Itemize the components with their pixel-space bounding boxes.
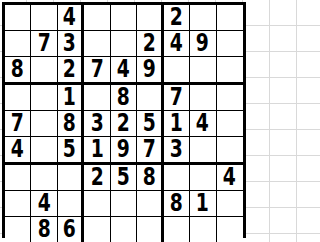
given-digit: 9 xyxy=(117,137,130,162)
sudoku-cell-r8c4[interactable] xyxy=(84,191,110,217)
sudoku-cell-r1c1[interactable] xyxy=(5,5,31,31)
given-digit: 9 xyxy=(142,57,155,82)
sudoku-cell-r4c1[interactable] xyxy=(5,85,31,111)
sudoku-cell-r4c6[interactable] xyxy=(137,85,163,111)
sudoku-cell-r2c3[interactable]: 3 xyxy=(58,31,84,57)
sudoku-cell-r6c7[interactable]: 3 xyxy=(164,137,190,165)
given-digit: 4 xyxy=(63,5,76,30)
sudoku-cell-r2c1[interactable] xyxy=(5,31,31,57)
sudoku-cell-r2c6[interactable]: 2 xyxy=(137,31,163,57)
sudoku-cell-r6c4[interactable]: 1 xyxy=(84,137,110,165)
sudoku-cell-r4c4[interactable] xyxy=(84,85,110,111)
sudoku-cell-r7c5[interactable]: 5 xyxy=(111,165,137,191)
sudoku-cell-r6c9[interactable] xyxy=(217,137,243,165)
sudoku-cell-r8c9[interactable] xyxy=(217,191,243,217)
sudoku-cell-r6c6[interactable]: 7 xyxy=(137,137,163,165)
sudoku-cell-r4c2[interactable] xyxy=(31,85,57,111)
sudoku-cell-r9c8[interactable] xyxy=(190,217,216,242)
sudoku-cell-r8c2[interactable]: 4 xyxy=(31,191,57,217)
given-digit: 8 xyxy=(117,85,130,110)
sudoku-cell-r9c1[interactable] xyxy=(5,217,31,242)
sudoku-cell-r9c9[interactable] xyxy=(217,217,243,242)
sudoku-cell-r1c4[interactable] xyxy=(84,5,110,31)
sudoku-cell-r9c4[interactable] xyxy=(84,217,110,242)
sudoku-cell-r4c9[interactable] xyxy=(217,85,243,111)
given-digit: 4 xyxy=(223,165,236,190)
sudoku-cell-r1c7[interactable]: 2 xyxy=(164,5,190,31)
sudoku-cell-r2c7[interactable]: 4 xyxy=(164,31,190,57)
given-digit: 6 xyxy=(63,217,76,242)
sudoku-cell-r7c3[interactable] xyxy=(58,165,84,191)
sudoku-cell-r8c7[interactable]: 8 xyxy=(164,191,190,217)
sudoku-cell-r2c5[interactable] xyxy=(111,31,137,57)
sudoku-cell-r6c2[interactable] xyxy=(31,137,57,165)
sudoku-cell-r9c7[interactable] xyxy=(164,217,190,242)
sudoku-cell-r1c6[interactable] xyxy=(137,5,163,31)
given-digit: 8 xyxy=(11,57,24,82)
given-digit: 8 xyxy=(170,191,183,216)
sudoku-cell-r5c6[interactable]: 5 xyxy=(137,111,163,137)
sudoku-cell-r1c2[interactable] xyxy=(31,5,57,31)
sudoku-cell-r3c8[interactable] xyxy=(190,57,216,85)
given-digit: 7 xyxy=(11,111,24,136)
sudoku-cell-r3c7[interactable] xyxy=(164,57,190,85)
sudoku-cell-r6c8[interactable] xyxy=(190,137,216,165)
given-digit: 8 xyxy=(63,111,76,136)
given-digit: 7 xyxy=(38,31,51,56)
given-digit: 4 xyxy=(196,111,209,136)
sudoku-cell-r7c7[interactable] xyxy=(164,165,190,191)
given-digit: 2 xyxy=(91,165,104,190)
given-digit: 3 xyxy=(63,31,76,56)
given-digit: 4 xyxy=(117,57,130,82)
sudoku-cell-r5c8[interactable]: 4 xyxy=(190,111,216,137)
given-digit: 1 xyxy=(63,85,76,110)
given-digit: 9 xyxy=(196,31,209,56)
given-digit: 7 xyxy=(91,57,104,82)
sudoku-cell-r8c1[interactable] xyxy=(5,191,31,217)
sudoku-cell-r4c7[interactable]: 7 xyxy=(164,85,190,111)
given-digit: 4 xyxy=(11,137,24,162)
given-digit: 2 xyxy=(117,111,130,136)
sudoku-cell-r4c3[interactable]: 1 xyxy=(58,85,84,111)
sudoku-cell-r5c2[interactable] xyxy=(31,111,57,137)
sudoku-cell-r8c3[interactable] xyxy=(58,191,84,217)
sudoku-cell-r5c3[interactable]: 8 xyxy=(58,111,84,137)
sudoku-cell-r2c2[interactable]: 7 xyxy=(31,31,57,57)
sudoku-cell-r3c5[interactable]: 4 xyxy=(111,57,137,85)
sudoku-cell-r4c5[interactable]: 8 xyxy=(111,85,137,111)
given-digit: 1 xyxy=(91,137,104,162)
sudoku-cell-r3c6[interactable]: 9 xyxy=(137,57,163,85)
given-digit: 2 xyxy=(170,5,183,30)
given-digit: 3 xyxy=(170,137,183,162)
sudoku-board: 4273249827491877832514451973258448186 xyxy=(2,2,246,238)
sudoku-cell-r3c9[interactable] xyxy=(217,57,243,85)
given-digit: 2 xyxy=(63,57,76,82)
sudoku-cell-r5c9[interactable] xyxy=(217,111,243,137)
sudoku-cell-r5c4[interactable]: 3 xyxy=(84,111,110,137)
sudoku-cell-r7c4[interactable]: 2 xyxy=(84,165,110,191)
sudoku-cell-r1c3[interactable]: 4 xyxy=(58,5,84,31)
sudoku-cell-r2c9[interactable] xyxy=(217,31,243,57)
sudoku-cell-r9c3[interactable]: 6 xyxy=(58,217,84,242)
sudoku-cell-r6c5[interactable]: 9 xyxy=(111,137,137,165)
sudoku-cell-r3c3[interactable]: 2 xyxy=(58,57,84,85)
given-digit: 8 xyxy=(142,165,155,190)
sudoku-cell-r3c4[interactable]: 7 xyxy=(84,57,110,85)
sudoku-cell-r5c5[interactable]: 2 xyxy=(111,111,137,137)
given-digit: 7 xyxy=(142,137,155,162)
sudoku-cell-r7c2[interactable] xyxy=(31,165,57,191)
sudoku-cell-r7c9[interactable]: 4 xyxy=(217,165,243,191)
sudoku-cell-r5c1[interactable]: 7 xyxy=(5,111,31,137)
sudoku-cell-r6c3[interactable]: 5 xyxy=(58,137,84,165)
sudoku-cell-r6c1[interactable]: 4 xyxy=(5,137,31,165)
sudoku-cell-r3c2[interactable] xyxy=(31,57,57,85)
given-digit: 5 xyxy=(142,111,155,136)
sudoku-cell-r2c4[interactable] xyxy=(84,31,110,57)
sudoku-cell-r8c8[interactable]: 1 xyxy=(190,191,216,217)
given-digit: 1 xyxy=(170,111,183,136)
given-digit: 5 xyxy=(63,137,76,162)
sudoku-cell-r4c8[interactable] xyxy=(190,85,216,111)
sudoku-cell-r9c5[interactable] xyxy=(111,217,137,242)
given-digit: 5 xyxy=(117,165,130,190)
sudoku-cell-r7c6[interactable]: 8 xyxy=(137,165,163,191)
given-digit: 8 xyxy=(38,217,51,242)
sudoku-cell-r2c8[interactable]: 9 xyxy=(190,31,216,57)
sudoku-cell-r9c6[interactable] xyxy=(137,217,163,242)
sudoku-cell-r3c1[interactable]: 8 xyxy=(5,57,31,85)
given-digit: 2 xyxy=(142,31,155,56)
given-digit: 1 xyxy=(196,191,209,216)
sudoku-cell-r1c8[interactable] xyxy=(190,5,216,31)
sudoku-cell-r8c5[interactable] xyxy=(111,191,137,217)
given-digit: 3 xyxy=(91,111,104,136)
sudoku-cell-r8c6[interactable] xyxy=(137,191,163,217)
given-digit: 4 xyxy=(38,191,51,216)
given-digit: 7 xyxy=(170,85,183,110)
sudoku-cell-r7c1[interactable] xyxy=(5,165,31,191)
sudoku-cell-r1c5[interactable] xyxy=(111,5,137,31)
sudoku-cell-r5c7[interactable]: 1 xyxy=(164,111,190,137)
given-digit: 4 xyxy=(170,31,183,56)
sudoku-cell-r9c2[interactable]: 8 xyxy=(31,217,57,242)
sudoku-cell-r1c9[interactable] xyxy=(217,5,243,31)
sudoku-cell-r7c8[interactable] xyxy=(190,165,216,191)
